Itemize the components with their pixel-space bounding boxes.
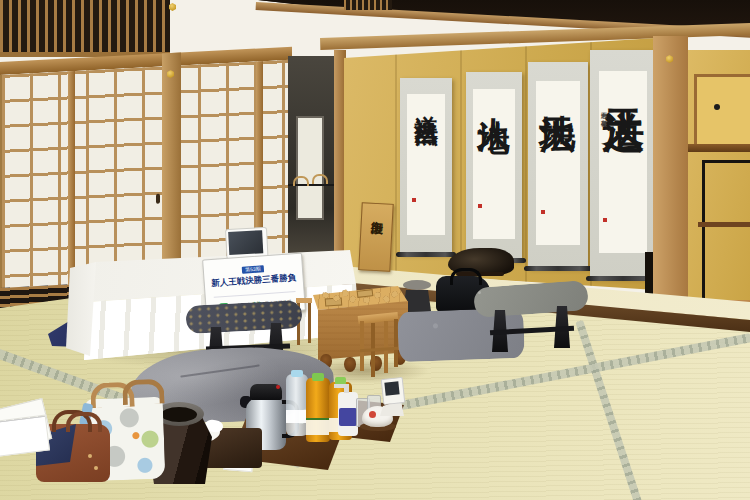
- scroll-paper: [536, 81, 580, 246]
- cabinet-pull-icon: [714, 104, 720, 110]
- kyosoku-armrest-right: [474, 284, 592, 356]
- bottle-label: [306, 418, 330, 435]
- hanging-scroll-4: 天法道 十四世名人 木村義雄: [590, 50, 656, 278]
- bag-handle: [450, 268, 482, 285]
- banner-divider: [214, 291, 296, 298]
- alcove-shelf: [688, 144, 750, 152]
- banner-title: 新人王戦決勝三番勝負: [204, 272, 303, 290]
- scroll-paper: [473, 89, 514, 239]
- corridor-opening: [288, 56, 338, 274]
- handbag-handle: [66, 412, 102, 432]
- seal-stamp-icon: [412, 198, 416, 202]
- hanging-scroll-1: 道法自然: [400, 78, 452, 254]
- bowl-motif: [369, 411, 376, 418]
- board-leg: [344, 357, 356, 372]
- tote-handle: [122, 379, 165, 405]
- sanitizer-label: [339, 408, 357, 426]
- corridor-window: [296, 116, 324, 220]
- alcove-cabinet: [694, 74, 750, 150]
- shoji-stile: [68, 71, 75, 284]
- banner-period-label: 第53期: [242, 265, 264, 273]
- handbag-stud-icon: [88, 454, 92, 458]
- coat-hanger-icon: [312, 174, 328, 184]
- scroll-rod: [524, 266, 592, 271]
- sanitizer-pump-bottle: [338, 392, 358, 436]
- basket-opening: [161, 407, 197, 422]
- seal-stamp-icon: [603, 218, 607, 222]
- thermos-button: [276, 385, 280, 389]
- komadai-front-right: [356, 310, 402, 378]
- scroll-rod: [396, 252, 456, 257]
- bottle-cap: [312, 373, 324, 381]
- scroll-signature: 十四世名人 木村義雄: [599, 108, 608, 115]
- komadai-rail: [360, 347, 398, 353]
- gold-wall-seam: [525, 36, 527, 290]
- right-pillar: [653, 36, 688, 330]
- scroll-calligraphy: 天法道: [595, 75, 651, 81]
- seal-stamp-icon: [541, 210, 545, 214]
- handbag-stud-icon: [94, 466, 98, 470]
- scroll-calligraphy: 地法天: [534, 85, 583, 91]
- water-bottle: [286, 374, 308, 436]
- armrest-pad: [185, 300, 302, 334]
- shogi-match-room-photo: 道法自然 人法地 地法天 天法道 十四世名人 木村義雄 御上段: [0, 0, 750, 500]
- digital-clock: [380, 378, 404, 416]
- bottle-label: [286, 410, 308, 423]
- clock-screen: [384, 381, 399, 395]
- tea-bottle-1: [306, 378, 330, 442]
- corridor-transom-slats: [344, 0, 392, 10]
- hanging-scroll-2: 人法地: [466, 72, 522, 260]
- scroll-paper: [407, 94, 445, 235]
- tablet-screen: [228, 230, 263, 255]
- scroll-calligraphy: 道法自然: [410, 97, 442, 105]
- bottle-cap: [291, 370, 303, 377]
- armrest-pad: [473, 280, 589, 318]
- wall-pillar: [162, 53, 181, 280]
- jodan-placard: 御上段: [358, 202, 394, 272]
- pump-arm: [334, 384, 345, 388]
- shoji-door-pull: [156, 194, 160, 204]
- komadai-leg: [360, 321, 364, 371]
- ranma-transom: [0, 0, 170, 57]
- scroll-paper: [599, 71, 648, 253]
- scroll-calligraphy: 人法地: [472, 93, 516, 99]
- hanging-scroll-3: 地法天: [528, 62, 588, 268]
- coat-hanger-icon: [293, 176, 309, 186]
- seal-stamp-icon: [478, 204, 482, 208]
- placard-text: 御上段: [369, 212, 386, 213]
- alcove-shelf: [698, 222, 750, 227]
- alcove: [688, 50, 750, 332]
- paper-sheets: [0, 415, 50, 458]
